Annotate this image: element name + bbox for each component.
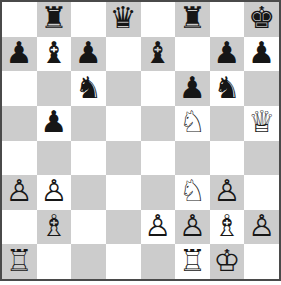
square-a4[interactable] (2, 141, 37, 176)
chess-diagram: ♜♛♜♚♟♝♟♝♟♟♞♟♞♟♘♕♙♙♘♙♗♙♙♗♙♖♖♔ (0, 0, 281, 285)
square-a6[interactable] (2, 71, 37, 106)
square-h7[interactable]: ♟ (244, 37, 279, 72)
black-bishop-b7[interactable]: ♝ (40, 38, 67, 68)
square-c2[interactable] (71, 210, 106, 245)
square-e1[interactable] (141, 244, 176, 279)
square-a7[interactable]: ♟ (2, 37, 37, 72)
square-b7[interactable]: ♝ (37, 37, 72, 72)
black-knight-g6[interactable]: ♞ (214, 73, 241, 103)
square-e4[interactable] (141, 141, 176, 176)
square-g6[interactable]: ♞ (210, 71, 245, 106)
square-c8[interactable] (71, 2, 106, 37)
square-b8[interactable]: ♜ (37, 2, 72, 37)
square-g8[interactable] (210, 2, 245, 37)
square-c4[interactable] (71, 141, 106, 176)
square-e6[interactable] (141, 71, 176, 106)
chess-board: ♜♛♜♚♟♝♟♝♟♟♞♟♞♟♘♕♙♙♘♙♗♙♙♗♙♖♖♔ (0, 0, 281, 281)
square-d5[interactable] (106, 106, 141, 141)
square-f3[interactable]: ♘ (175, 175, 210, 210)
square-d6[interactable] (106, 71, 141, 106)
white-knight-f3[interactable]: ♘ (179, 176, 206, 206)
square-d1[interactable] (106, 244, 141, 279)
black-pawn-c7[interactable]: ♟ (75, 38, 102, 68)
square-a1[interactable]: ♖ (2, 244, 37, 279)
white-pawn-h2[interactable]: ♙ (248, 211, 275, 241)
square-b5[interactable]: ♟ (37, 106, 72, 141)
square-d4[interactable] (106, 141, 141, 176)
black-pawn-g7[interactable]: ♟ (214, 38, 241, 68)
black-pawn-h7[interactable]: ♟ (248, 38, 275, 68)
white-queen-h5[interactable]: ♕ (248, 107, 275, 137)
black-pawn-b5[interactable]: ♟ (40, 107, 67, 137)
black-knight-c6[interactable]: ♞ (75, 73, 102, 103)
black-rook-f8[interactable]: ♜ (179, 3, 206, 33)
square-c5[interactable] (71, 106, 106, 141)
black-queen-d8[interactable]: ♛ (110, 3, 137, 33)
square-c3[interactable] (71, 175, 106, 210)
square-h5[interactable]: ♕ (244, 106, 279, 141)
square-h4[interactable] (244, 141, 279, 176)
square-d8[interactable]: ♛ (106, 2, 141, 37)
white-pawn-b3[interactable]: ♙ (40, 176, 67, 206)
black-king-h8[interactable]: ♚ (248, 3, 275, 33)
square-f6[interactable]: ♟ (175, 71, 210, 106)
square-c6[interactable]: ♞ (71, 71, 106, 106)
square-a2[interactable] (2, 210, 37, 245)
square-d2[interactable] (106, 210, 141, 245)
white-king-g1[interactable]: ♔ (214, 246, 241, 276)
white-bishop-b2[interactable]: ♗ (40, 211, 67, 241)
square-f4[interactable] (175, 141, 210, 176)
black-bishop-e7[interactable]: ♝ (144, 38, 171, 68)
square-h1[interactable] (244, 244, 279, 279)
square-c1[interactable] (71, 244, 106, 279)
square-a5[interactable] (2, 106, 37, 141)
square-f1[interactable]: ♖ (175, 244, 210, 279)
square-g3[interactable]: ♙ (210, 175, 245, 210)
square-b1[interactable] (37, 244, 72, 279)
square-h3[interactable] (244, 175, 279, 210)
white-pawn-a3[interactable]: ♙ (6, 176, 33, 206)
square-b3[interactable]: ♙ (37, 175, 72, 210)
square-f7[interactable] (175, 37, 210, 72)
square-h2[interactable]: ♙ (244, 210, 279, 245)
square-e2[interactable]: ♙ (141, 210, 176, 245)
black-pawn-a7[interactable]: ♟ (6, 38, 33, 68)
square-b4[interactable] (37, 141, 72, 176)
square-e5[interactable] (141, 106, 176, 141)
white-pawn-g3[interactable]: ♙ (214, 176, 241, 206)
square-e7[interactable]: ♝ (141, 37, 176, 72)
square-f2[interactable]: ♙ (175, 210, 210, 245)
square-g1[interactable]: ♔ (210, 244, 245, 279)
white-pawn-f2[interactable]: ♙ (179, 211, 206, 241)
square-e3[interactable] (141, 175, 176, 210)
square-f5[interactable]: ♘ (175, 106, 210, 141)
square-b2[interactable]: ♗ (37, 210, 72, 245)
white-pawn-e2[interactable]: ♙ (144, 211, 171, 241)
square-g4[interactable] (210, 141, 245, 176)
black-rook-b8[interactable]: ♜ (40, 3, 67, 33)
square-g5[interactable] (210, 106, 245, 141)
white-rook-f1[interactable]: ♖ (179, 246, 206, 276)
white-rook-a1[interactable]: ♖ (6, 246, 33, 276)
white-bishop-g2[interactable]: ♗ (214, 211, 241, 241)
square-e8[interactable] (141, 2, 176, 37)
square-g2[interactable]: ♗ (210, 210, 245, 245)
square-a8[interactable] (2, 2, 37, 37)
square-c7[interactable]: ♟ (71, 37, 106, 72)
square-d3[interactable] (106, 175, 141, 210)
square-h6[interactable] (244, 71, 279, 106)
black-pawn-f6[interactable]: ♟ (179, 73, 206, 103)
square-d7[interactable] (106, 37, 141, 72)
white-knight-f5[interactable]: ♘ (179, 107, 206, 137)
square-b6[interactable] (37, 71, 72, 106)
square-g7[interactable]: ♟ (210, 37, 245, 72)
square-a3[interactable]: ♙ (2, 175, 37, 210)
square-f8[interactable]: ♜ (175, 2, 210, 37)
square-h8[interactable]: ♚ (244, 2, 279, 37)
